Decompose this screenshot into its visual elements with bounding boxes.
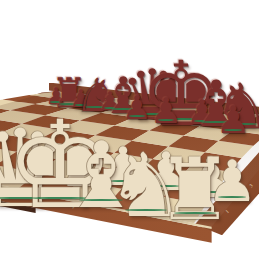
piece-dark-pawn: ♟ [214, 101, 252, 139]
felt-base [158, 119, 175, 121]
chess-set-photo: EF123 ♟♜♟♞♟♝♟♛♟♚♟♝♟♞♛♚♟♝♟♞♟♜♟♟ [0, 0, 259, 259]
piece-dark-pawn: ♟ [148, 93, 183, 128]
felt-base [174, 212, 215, 214]
felt-base [224, 129, 242, 131]
chess-pieces: ♟♜♟♞♟♝♟♛♟♚♟♝♟♞♛♚♟♝♟♞♟♜♟♟ [0, 0, 259, 259]
piece-light-rook: ♜ [152, 147, 238, 233]
